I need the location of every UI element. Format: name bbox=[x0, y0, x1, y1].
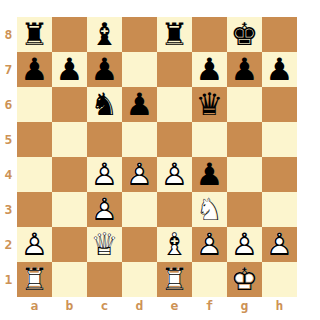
rank-label-8: 8 bbox=[0, 17, 17, 52]
square-f8[interactable] bbox=[192, 17, 227, 52]
piece-outline: ♙ bbox=[227, 227, 262, 262]
square-b3[interactable] bbox=[52, 192, 87, 227]
piece-fill: ♝ bbox=[87, 17, 122, 52]
square-h2[interactable]: ♟♙ bbox=[262, 227, 297, 262]
square-h6[interactable] bbox=[262, 87, 297, 122]
square-a6[interactable] bbox=[17, 87, 52, 122]
piece-black-bishop[interactable]: ♝ bbox=[87, 17, 122, 52]
square-a1[interactable]: ♜♖ bbox=[17, 262, 52, 297]
file-label-c: c bbox=[87, 296, 122, 320]
piece-outline: ♙ bbox=[87, 192, 122, 227]
square-f4[interactable]: ♟ bbox=[192, 157, 227, 192]
square-a4[interactable] bbox=[17, 157, 52, 192]
piece-outline: ♖ bbox=[157, 262, 192, 297]
square-g5[interactable] bbox=[227, 122, 262, 157]
square-h1[interactable] bbox=[262, 262, 297, 297]
square-f6[interactable]: ♛ bbox=[192, 87, 227, 122]
square-e8[interactable]: ♜ bbox=[157, 17, 192, 52]
square-g7[interactable]: ♟ bbox=[227, 52, 262, 87]
square-g8[interactable]: ♚ bbox=[227, 17, 262, 52]
file-label-f: f bbox=[192, 296, 227, 320]
piece-black-pawn[interactable]: ♟ bbox=[192, 157, 227, 192]
square-c1[interactable] bbox=[87, 262, 122, 297]
rank-label-5: 5 bbox=[0, 122, 17, 157]
square-c5[interactable] bbox=[87, 122, 122, 157]
piece-white-king[interactable]: ♚♔ bbox=[227, 262, 262, 297]
square-c8[interactable]: ♝ bbox=[87, 17, 122, 52]
square-d1[interactable] bbox=[122, 262, 157, 297]
square-h5[interactable] bbox=[262, 122, 297, 157]
piece-outline: ♖ bbox=[17, 262, 52, 297]
square-f5[interactable] bbox=[192, 122, 227, 157]
piece-white-pawn[interactable]: ♟♙ bbox=[122, 157, 157, 192]
square-a7[interactable]: ♟ bbox=[17, 52, 52, 87]
square-b6[interactable] bbox=[52, 87, 87, 122]
piece-white-pawn[interactable]: ♟♙ bbox=[87, 157, 122, 192]
rank-label-1: 1 bbox=[0, 262, 17, 297]
square-e6[interactable] bbox=[157, 87, 192, 122]
piece-outline: ♙ bbox=[157, 157, 192, 192]
piece-black-rook[interactable]: ♜ bbox=[157, 17, 192, 52]
piece-fill: ♟ bbox=[192, 157, 227, 192]
square-d4[interactable]: ♟♙ bbox=[122, 157, 157, 192]
piece-white-rook[interactable]: ♜♖ bbox=[17, 262, 52, 297]
piece-outline: ♘ bbox=[192, 192, 227, 227]
square-a8[interactable]: ♜ bbox=[17, 17, 52, 52]
square-h3[interactable] bbox=[262, 192, 297, 227]
rank-label-7: 7 bbox=[0, 52, 17, 87]
square-g2[interactable]: ♟♙ bbox=[227, 227, 262, 262]
square-c4[interactable]: ♟♙ bbox=[87, 157, 122, 192]
rank-label-2: 2 bbox=[0, 227, 17, 262]
file-labels: abcdefgh bbox=[17, 296, 297, 320]
square-a5[interactable] bbox=[17, 122, 52, 157]
square-b4[interactable] bbox=[52, 157, 87, 192]
square-e4[interactable]: ♟♙ bbox=[157, 157, 192, 192]
piece-black-pawn[interactable]: ♟ bbox=[262, 52, 297, 87]
square-b2[interactable] bbox=[52, 227, 87, 262]
square-g6[interactable] bbox=[227, 87, 262, 122]
piece-black-pawn[interactable]: ♟ bbox=[192, 52, 227, 87]
square-c6[interactable]: ♞ bbox=[87, 87, 122, 122]
rank-labels: 87654321 bbox=[0, 17, 17, 297]
square-b1[interactable] bbox=[52, 262, 87, 297]
square-c2[interactable]: ♛♕ bbox=[87, 227, 122, 262]
square-e1[interactable]: ♜♖ bbox=[157, 262, 192, 297]
piece-black-king[interactable]: ♚ bbox=[227, 17, 262, 52]
piece-white-pawn[interactable]: ♟♙ bbox=[192, 227, 227, 262]
rank-label-3: 3 bbox=[0, 192, 17, 227]
piece-fill: ♟ bbox=[227, 52, 262, 87]
file-label-d: d bbox=[122, 296, 157, 320]
piece-white-pawn[interactable]: ♟♙ bbox=[17, 227, 52, 262]
square-h8[interactable] bbox=[262, 17, 297, 52]
piece-black-knight[interactable]: ♞ bbox=[87, 87, 122, 122]
chess-app: 87654321 ♜♝♜♚♟♟♟♟♟♟♞♟♛♟♙♟♙♟♙♟♟♙♞♘♟♙♛♕♝♗♟… bbox=[0, 0, 320, 320]
square-e5[interactable] bbox=[157, 122, 192, 157]
square-h4[interactable] bbox=[262, 157, 297, 192]
square-d8[interactable] bbox=[122, 17, 157, 52]
square-d7[interactable] bbox=[122, 52, 157, 87]
square-c3[interactable]: ♟♙ bbox=[87, 192, 122, 227]
file-label-e: e bbox=[157, 296, 192, 320]
square-b5[interactable] bbox=[52, 122, 87, 157]
file-label-a: a bbox=[17, 296, 52, 320]
square-a3[interactable] bbox=[17, 192, 52, 227]
piece-outline: ♙ bbox=[17, 227, 52, 262]
piece-outline: ♙ bbox=[192, 227, 227, 262]
rank-label-4: 4 bbox=[0, 157, 17, 192]
piece-fill: ♜ bbox=[17, 17, 52, 52]
piece-black-pawn[interactable]: ♟ bbox=[52, 52, 87, 87]
piece-outline: ♙ bbox=[262, 227, 297, 262]
square-d6[interactable]: ♟ bbox=[122, 87, 157, 122]
piece-outline: ♙ bbox=[87, 157, 122, 192]
square-b7[interactable]: ♟ bbox=[52, 52, 87, 87]
square-c7[interactable]: ♟ bbox=[87, 52, 122, 87]
piece-white-pawn[interactable]: ♟♙ bbox=[262, 227, 297, 262]
square-g3[interactable] bbox=[227, 192, 262, 227]
piece-outline: ♕ bbox=[87, 227, 122, 262]
piece-black-pawn[interactable]: ♟ bbox=[227, 52, 262, 87]
square-e2[interactable]: ♝♗ bbox=[157, 227, 192, 262]
piece-fill: ♚ bbox=[227, 17, 262, 52]
piece-white-pawn[interactable]: ♟♙ bbox=[157, 157, 192, 192]
piece-fill: ♟ bbox=[122, 87, 157, 122]
piece-black-pawn[interactable]: ♟ bbox=[87, 52, 122, 87]
piece-black-queen[interactable]: ♛ bbox=[192, 87, 227, 122]
square-b8[interactable] bbox=[52, 17, 87, 52]
piece-fill: ♜ bbox=[157, 17, 192, 52]
square-a2[interactable]: ♟♙ bbox=[17, 227, 52, 262]
file-label-b: b bbox=[52, 296, 87, 320]
square-e3[interactable] bbox=[157, 192, 192, 227]
piece-outline: ♔ bbox=[227, 262, 262, 297]
piece-fill: ♟ bbox=[87, 52, 122, 87]
piece-white-pawn[interactable]: ♟♙ bbox=[227, 227, 262, 262]
piece-fill: ♟ bbox=[192, 52, 227, 87]
chess-board: ♜♝♜♚♟♟♟♟♟♟♞♟♛♟♙♟♙♟♙♟♟♙♞♘♟♙♛♕♝♗♟♙♟♙♟♙♜♖♜♖… bbox=[17, 17, 297, 297]
piece-fill: ♟ bbox=[17, 52, 52, 87]
square-d5[interactable] bbox=[122, 122, 157, 157]
piece-fill: ♟ bbox=[52, 52, 87, 87]
piece-black-pawn[interactable]: ♟ bbox=[122, 87, 157, 122]
piece-fill: ♟ bbox=[262, 52, 297, 87]
square-f3[interactable]: ♞♘ bbox=[192, 192, 227, 227]
piece-white-bishop[interactable]: ♝♗ bbox=[157, 227, 192, 262]
piece-white-rook[interactable]: ♜♖ bbox=[157, 262, 192, 297]
square-f2[interactable]: ♟♙ bbox=[192, 227, 227, 262]
square-f1[interactable] bbox=[192, 262, 227, 297]
piece-fill: ♞ bbox=[87, 87, 122, 122]
square-d2[interactable] bbox=[122, 227, 157, 262]
piece-black-rook[interactable]: ♜ bbox=[17, 17, 52, 52]
square-g1[interactable]: ♚♔ bbox=[227, 262, 262, 297]
piece-white-queen[interactable]: ♛♕ bbox=[87, 227, 122, 262]
square-d3[interactable] bbox=[122, 192, 157, 227]
piece-white-pawn[interactable]: ♟♙ bbox=[87, 192, 122, 227]
piece-white-knight[interactable]: ♞♘ bbox=[192, 192, 227, 227]
piece-fill: ♛ bbox=[192, 87, 227, 122]
piece-black-pawn[interactable]: ♟ bbox=[17, 52, 52, 87]
square-f7[interactable]: ♟ bbox=[192, 52, 227, 87]
square-e7[interactable] bbox=[157, 52, 192, 87]
square-g4[interactable] bbox=[227, 157, 262, 192]
piece-outline: ♗ bbox=[157, 227, 192, 262]
rank-label-6: 6 bbox=[0, 87, 17, 122]
file-label-h: h bbox=[262, 296, 297, 320]
piece-outline: ♙ bbox=[122, 157, 157, 192]
square-h7[interactable]: ♟ bbox=[262, 52, 297, 87]
file-label-g: g bbox=[227, 296, 262, 320]
